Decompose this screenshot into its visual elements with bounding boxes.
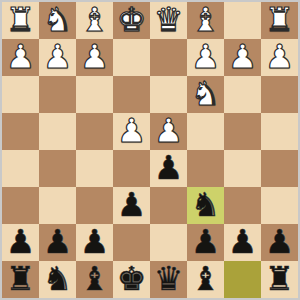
square-b7[interactable]: ♟ — [224, 224, 261, 261]
black-king[interactable]: ♚ — [117, 262, 147, 295]
square-g6[interactable] — [39, 187, 76, 224]
white-pawn[interactable]: ♟ — [191, 40, 221, 73]
square-g3[interactable] — [39, 76, 76, 113]
square-h8[interactable]: ♜ — [2, 261, 39, 298]
square-a6[interactable] — [261, 187, 298, 224]
square-b2[interactable]: ♟ — [224, 39, 261, 76]
square-e7[interactable] — [113, 224, 150, 261]
square-b5[interactable] — [224, 150, 261, 187]
white-knight[interactable]: ♞ — [191, 77, 221, 110]
square-c3[interactable]: ♞ — [187, 76, 224, 113]
black-pawn[interactable]: ♟ — [265, 225, 295, 258]
square-a4[interactable] — [261, 113, 298, 150]
square-h1[interactable]: ♜ — [2, 2, 39, 39]
black-rook[interactable]: ♜ — [6, 262, 36, 295]
white-king[interactable]: ♚ — [117, 3, 147, 36]
square-c8[interactable]: ♝ — [187, 261, 224, 298]
square-b3[interactable] — [224, 76, 261, 113]
square-c2[interactable]: ♟ — [187, 39, 224, 76]
black-bishop[interactable]: ♝ — [191, 262, 221, 295]
black-queen[interactable]: ♛ — [154, 262, 184, 295]
square-h7[interactable]: ♟ — [2, 224, 39, 261]
square-b1[interactable] — [224, 2, 261, 39]
square-c6[interactable]: ♞ — [187, 187, 224, 224]
square-b8[interactable] — [224, 261, 261, 298]
black-pawn[interactable]: ♟ — [228, 225, 258, 258]
black-pawn[interactable]: ♟ — [117, 188, 147, 221]
square-f8[interactable]: ♝ — [76, 261, 113, 298]
white-rook[interactable]: ♜ — [265, 3, 295, 36]
square-f2[interactable]: ♟ — [76, 39, 113, 76]
black-pawn[interactable]: ♟ — [191, 225, 221, 258]
black-pawn[interactable]: ♟ — [43, 225, 73, 258]
square-d6[interactable] — [150, 187, 187, 224]
white-rook[interactable]: ♜ — [6, 3, 36, 36]
square-c5[interactable] — [187, 150, 224, 187]
square-f7[interactable]: ♟ — [76, 224, 113, 261]
square-d7[interactable] — [150, 224, 187, 261]
black-knight[interactable]: ♞ — [43, 262, 73, 295]
square-e6[interactable]: ♟ — [113, 187, 150, 224]
square-h5[interactable] — [2, 150, 39, 187]
black-pawn[interactable]: ♟ — [154, 151, 184, 184]
square-e1[interactable]: ♚ — [113, 2, 150, 39]
square-g5[interactable] — [39, 150, 76, 187]
square-h2[interactable]: ♟ — [2, 39, 39, 76]
square-f6[interactable] — [76, 187, 113, 224]
square-b4[interactable] — [224, 113, 261, 150]
square-e5[interactable] — [113, 150, 150, 187]
square-g4[interactable] — [39, 113, 76, 150]
square-e8[interactable]: ♚ — [113, 261, 150, 298]
square-g8[interactable]: ♞ — [39, 261, 76, 298]
chess-board: ♜♞♝♚♛♝♜♟♟♟♟♟♟♞♟♟♟♟♞♟♟♟♟♟♟♜♞♝♚♛♝♜ — [2, 2, 298, 298]
square-a2[interactable]: ♟ — [261, 39, 298, 76]
white-knight[interactable]: ♞ — [43, 3, 73, 36]
white-pawn[interactable]: ♟ — [6, 40, 36, 73]
square-a3[interactable] — [261, 76, 298, 113]
square-d2[interactable] — [150, 39, 187, 76]
square-b6[interactable] — [224, 187, 261, 224]
chess-board-frame: ♜♞♝♚♛♝♜♟♟♟♟♟♟♞♟♟♟♟♞♟♟♟♟♟♟♜♞♝♚♛♝♜ — [0, 0, 300, 300]
white-pawn[interactable]: ♟ — [265, 40, 295, 73]
square-e4[interactable]: ♟ — [113, 113, 150, 150]
square-a1[interactable]: ♜ — [261, 2, 298, 39]
black-bishop[interactable]: ♝ — [80, 262, 110, 295]
square-d5[interactable]: ♟ — [150, 150, 187, 187]
square-f4[interactable] — [76, 113, 113, 150]
white-pawn[interactable]: ♟ — [228, 40, 258, 73]
square-e2[interactable] — [113, 39, 150, 76]
square-e3[interactable] — [113, 76, 150, 113]
square-f3[interactable] — [76, 76, 113, 113]
white-pawn[interactable]: ♟ — [154, 114, 184, 147]
square-g2[interactable]: ♟ — [39, 39, 76, 76]
square-g1[interactable]: ♞ — [39, 2, 76, 39]
black-pawn[interactable]: ♟ — [6, 225, 36, 258]
square-d4[interactable]: ♟ — [150, 113, 187, 150]
black-rook[interactable]: ♜ — [265, 262, 295, 295]
white-bishop[interactable]: ♝ — [80, 3, 110, 36]
square-a5[interactable] — [261, 150, 298, 187]
white-pawn[interactable]: ♟ — [43, 40, 73, 73]
square-c1[interactable]: ♝ — [187, 2, 224, 39]
square-c4[interactable] — [187, 113, 224, 150]
black-knight[interactable]: ♞ — [191, 188, 221, 221]
square-h4[interactable] — [2, 113, 39, 150]
white-bishop[interactable]: ♝ — [191, 3, 221, 36]
square-f1[interactable]: ♝ — [76, 2, 113, 39]
white-pawn[interactable]: ♟ — [80, 40, 110, 73]
square-f5[interactable] — [76, 150, 113, 187]
square-d8[interactable]: ♛ — [150, 261, 187, 298]
square-a7[interactable]: ♟ — [261, 224, 298, 261]
square-a8[interactable]: ♜ — [261, 261, 298, 298]
square-h3[interactable] — [2, 76, 39, 113]
white-queen[interactable]: ♛ — [154, 3, 184, 36]
square-g7[interactable]: ♟ — [39, 224, 76, 261]
square-h6[interactable] — [2, 187, 39, 224]
square-d3[interactable] — [150, 76, 187, 113]
black-pawn[interactable]: ♟ — [80, 225, 110, 258]
white-pawn[interactable]: ♟ — [117, 114, 147, 147]
square-c7[interactable]: ♟ — [187, 224, 224, 261]
square-d1[interactable]: ♛ — [150, 2, 187, 39]
